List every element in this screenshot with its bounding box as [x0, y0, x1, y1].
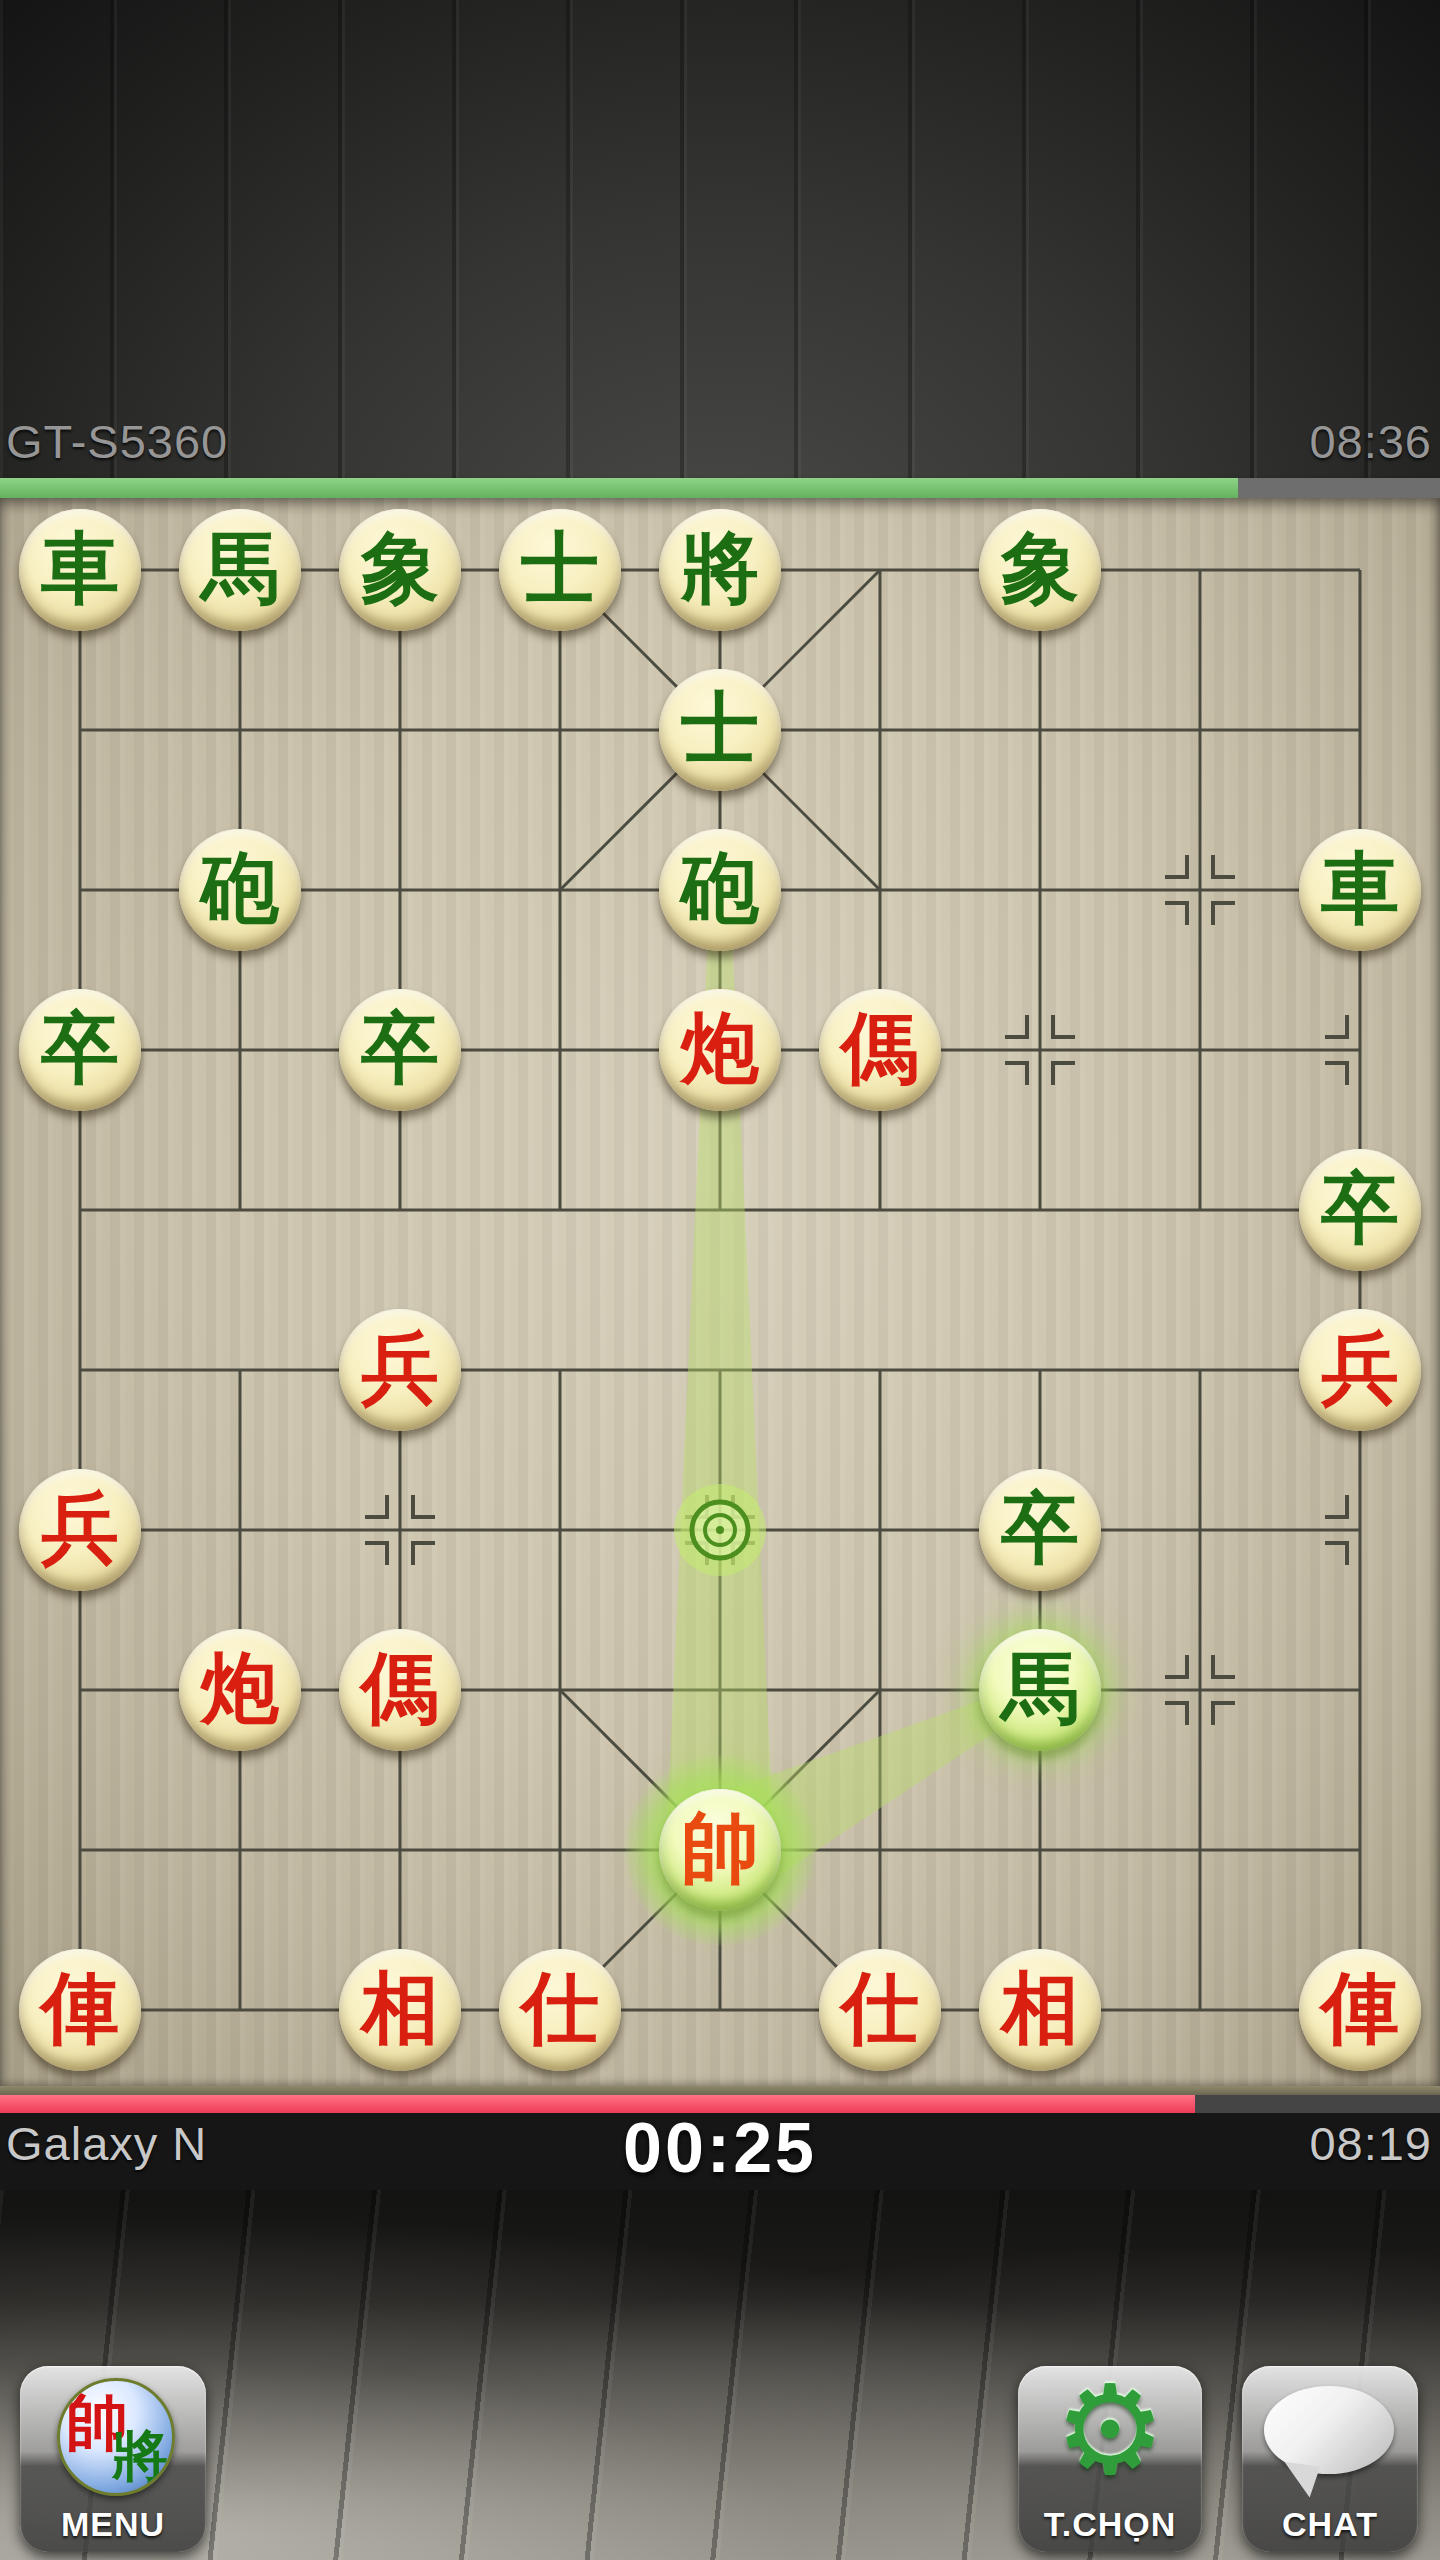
- piece-green-士[interactable]: 士: [659, 669, 781, 791]
- piece-glyph: 卒: [361, 1009, 439, 1087]
- piece-green-馬[interactable]: 馬: [179, 509, 301, 631]
- piece-glyph: 相: [1001, 1969, 1079, 2047]
- piece-red-仕[interactable]: 仕: [499, 1949, 621, 2071]
- piece-red-兵[interactable]: 兵: [19, 1469, 141, 1591]
- piece-glyph: 象: [361, 529, 439, 607]
- piece-glyph: 俥: [1321, 1969, 1399, 2047]
- piece-glyph: 兵: [41, 1489, 119, 1567]
- piece-glyph: 俥: [41, 1969, 119, 2047]
- piece-glyph: 炮: [201, 1649, 279, 1727]
- piece-green-卒[interactable]: 卒: [339, 989, 461, 1111]
- chat-button[interactable]: CHAT: [1242, 2366, 1418, 2552]
- piece-glyph: 帥: [681, 1809, 759, 1887]
- piece-glyph: 砲: [201, 849, 279, 927]
- menu-button[interactable]: 帥 將 MENU: [20, 2366, 206, 2552]
- xiangqi-board[interactable]: 車馬象士將象士砲砲車卒卒炮傌卒兵兵兵卒炮傌馬帥俥相仕仕相俥: [0, 498, 1440, 2088]
- piece-green-將[interactable]: 將: [659, 509, 781, 631]
- options-button-label: T.CHỌN: [1018, 2505, 1202, 2544]
- piece-glyph: 傌: [361, 1649, 439, 1727]
- menu-button-label: MENU: [20, 2505, 206, 2544]
- board-bottom-edge: [0, 2086, 1440, 2095]
- piece-green-砲[interactable]: 砲: [659, 829, 781, 951]
- app-screen: GT-S5360 08:36 車馬象士將象士砲砲車卒卒炮傌卒兵兵兵卒炮傌馬帥俥相…: [0, 0, 1440, 2560]
- piece-red-仕[interactable]: 仕: [819, 1949, 941, 2071]
- piece-green-象[interactable]: 象: [339, 509, 461, 631]
- green-general-glyph: 將: [112, 2419, 168, 2495]
- piece-red-俥[interactable]: 俥: [19, 1949, 141, 2071]
- piece-red-傌[interactable]: 傌: [819, 989, 941, 1111]
- opponent-time-bar-fill: [0, 478, 1238, 498]
- chat-button-label: CHAT: [1242, 2505, 1418, 2544]
- piece-glyph: 象: [1001, 529, 1079, 607]
- floor-wood-background: [0, 2190, 1440, 2560]
- piece-glyph: 仕: [521, 1969, 599, 2047]
- piece-green-象[interactable]: 象: [979, 509, 1101, 631]
- piece-glyph: 炮: [681, 1009, 759, 1087]
- piece-red-兵[interactable]: 兵: [1299, 1309, 1421, 1431]
- piece-glyph: 卒: [41, 1009, 119, 1087]
- piece-red-俥[interactable]: 俥: [1299, 1949, 1421, 2071]
- move-timer: 00:25: [0, 2108, 1440, 2188]
- piece-green-馬[interactable]: 馬: [979, 1629, 1101, 1751]
- opponent-time-bar: [0, 478, 1440, 498]
- piece-glyph: 士: [681, 689, 759, 767]
- chat-bubble-icon: [1264, 2386, 1394, 2474]
- piece-glyph: 仕: [841, 1969, 919, 2047]
- piece-red-傌[interactable]: 傌: [339, 1629, 461, 1751]
- piece-red-相[interactable]: 相: [979, 1949, 1101, 2071]
- piece-glyph: 將: [681, 529, 759, 607]
- gear-icon: ⚙: [1018, 2362, 1202, 2498]
- piece-green-卒[interactable]: 卒: [19, 989, 141, 1111]
- options-button[interactable]: ⚙ T.CHỌN: [1018, 2366, 1202, 2552]
- piece-glyph: 馬: [201, 529, 279, 607]
- player-clock: 08:19: [1309, 2116, 1432, 2171]
- piece-glyph: 卒: [1001, 1489, 1079, 1567]
- piece-glyph: 馬: [1001, 1649, 1079, 1727]
- app-logo-icon: 帥 將: [57, 2378, 175, 2496]
- piece-green-砲[interactable]: 砲: [179, 829, 301, 951]
- piece-red-炮[interactable]: 炮: [179, 1629, 301, 1751]
- piece-glyph: 車: [1321, 849, 1399, 927]
- piece-red-帥[interactable]: 帥: [659, 1789, 781, 1911]
- piece-glyph: 士: [521, 529, 599, 607]
- piece-red-兵[interactable]: 兵: [339, 1309, 461, 1431]
- piece-green-車[interactable]: 車: [19, 509, 141, 631]
- piece-glyph: 傌: [841, 1009, 919, 1087]
- piece-glyph: 砲: [681, 849, 759, 927]
- piece-glyph: 車: [41, 529, 119, 607]
- piece-glyph: 卒: [1321, 1169, 1399, 1247]
- piece-red-相[interactable]: 相: [339, 1949, 461, 2071]
- piece-green-卒[interactable]: 卒: [979, 1469, 1101, 1591]
- opponent-name: GT-S5360: [6, 414, 228, 469]
- opponent-clock: 08:36: [1309, 414, 1432, 469]
- piece-green-車[interactable]: 車: [1299, 829, 1421, 951]
- piece-glyph: 兵: [1321, 1329, 1399, 1407]
- piece-green-士[interactable]: 士: [499, 509, 621, 631]
- piece-glyph: 相: [361, 1969, 439, 2047]
- piece-green-卒[interactable]: 卒: [1299, 1149, 1421, 1271]
- piece-glyph: 兵: [361, 1329, 439, 1407]
- piece-red-炮[interactable]: 炮: [659, 989, 781, 1111]
